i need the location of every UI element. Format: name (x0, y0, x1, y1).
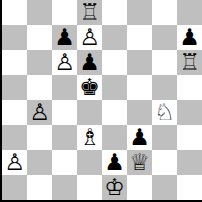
square-e3[interactable] (102, 125, 127, 150)
square-g8[interactable] (152, 0, 177, 25)
square-c4[interactable] (52, 100, 77, 125)
white-bishop-icon: ♗ (79, 125, 100, 150)
board-border-bottom (0, 200, 202, 202)
white-rook-icon: ♖ (179, 50, 200, 75)
square-g5[interactable] (152, 75, 177, 100)
square-d2[interactable] (77, 150, 102, 175)
square-f3[interactable]: ♟ (127, 125, 152, 150)
square-d7[interactable]: ♙ (77, 25, 102, 50)
square-f8[interactable] (127, 0, 152, 25)
square-h4[interactable] (177, 100, 202, 125)
square-e4[interactable] (102, 100, 127, 125)
square-c1[interactable] (52, 175, 77, 200)
square-b2[interactable] (27, 150, 52, 175)
square-e5[interactable] (102, 75, 127, 100)
square-d4[interactable] (77, 100, 102, 125)
square-c3[interactable] (52, 125, 77, 150)
square-c8[interactable] (52, 0, 77, 25)
square-e8[interactable] (102, 0, 127, 25)
square-h2[interactable] (177, 150, 202, 175)
square-e6[interactable] (102, 50, 127, 75)
square-c2[interactable] (52, 150, 77, 175)
square-d5[interactable]: ♚ (77, 75, 102, 100)
chess-diagram: ♖♟♙♟♙♟♖♚♙♘♗♟♙♟♕♔ (0, 0, 202, 202)
white-pawn-icon: ♙ (29, 100, 50, 125)
black-pawn-icon: ♟ (54, 25, 75, 50)
square-g6[interactable] (152, 50, 177, 75)
square-c5[interactable] (52, 75, 77, 100)
square-f4[interactable] (127, 100, 152, 125)
square-g4[interactable]: ♘ (152, 100, 177, 125)
square-b4[interactable]: ♙ (27, 100, 52, 125)
square-a5[interactable] (2, 75, 27, 100)
square-d8[interactable]: ♖ (77, 0, 102, 25)
white-pawn-icon: ♙ (54, 50, 75, 75)
black-pawn-icon: ♟ (104, 150, 125, 175)
square-a1[interactable] (2, 175, 27, 200)
square-f1[interactable] (127, 175, 152, 200)
square-a3[interactable] (2, 125, 27, 150)
white-rook-icon: ♖ (79, 0, 100, 25)
square-f5[interactable] (127, 75, 152, 100)
square-b1[interactable] (27, 175, 52, 200)
square-h3[interactable] (177, 125, 202, 150)
square-f7[interactable] (127, 25, 152, 50)
square-h5[interactable] (177, 75, 202, 100)
black-pawn-icon: ♟ (79, 50, 100, 75)
square-c7[interactable]: ♟ (52, 25, 77, 50)
square-a8[interactable] (2, 0, 27, 25)
square-d1[interactable] (77, 175, 102, 200)
square-e1[interactable]: ♔ (102, 175, 127, 200)
square-d6[interactable]: ♟ (77, 50, 102, 75)
square-f6[interactable] (127, 50, 152, 75)
square-f2[interactable]: ♕ (127, 150, 152, 175)
square-b8[interactable] (27, 0, 52, 25)
square-g1[interactable] (152, 175, 177, 200)
square-b7[interactable] (27, 25, 52, 50)
white-knight-icon: ♘ (154, 100, 175, 125)
square-h7[interactable]: ♟ (177, 25, 202, 50)
black-pawn-icon: ♟ (179, 25, 200, 50)
chess-board: ♖♟♙♟♙♟♖♚♙♘♗♟♙♟♕♔ (2, 0, 202, 200)
square-a2[interactable]: ♙ (2, 150, 27, 175)
square-d3[interactable]: ♗ (77, 125, 102, 150)
square-g7[interactable] (152, 25, 177, 50)
square-a7[interactable] (2, 25, 27, 50)
square-g2[interactable] (152, 150, 177, 175)
square-h8[interactable] (177, 0, 202, 25)
white-pawn-icon: ♙ (79, 25, 100, 50)
square-a6[interactable] (2, 50, 27, 75)
white-queen-icon: ♕ (129, 150, 150, 175)
square-b6[interactable] (27, 50, 52, 75)
square-b5[interactable] (27, 75, 52, 100)
square-e2[interactable]: ♟ (102, 150, 127, 175)
square-c6[interactable]: ♙ (52, 50, 77, 75)
square-b3[interactable] (27, 125, 52, 150)
square-h6[interactable]: ♖ (177, 50, 202, 75)
white-pawn-icon: ♙ (4, 150, 25, 175)
square-e7[interactable] (102, 25, 127, 50)
black-king-icon: ♚ (79, 75, 100, 100)
square-h1[interactable] (177, 175, 202, 200)
square-a4[interactable] (2, 100, 27, 125)
white-king-icon: ♔ (104, 175, 125, 200)
square-g3[interactable] (152, 125, 177, 150)
black-pawn-icon: ♟ (129, 125, 150, 150)
